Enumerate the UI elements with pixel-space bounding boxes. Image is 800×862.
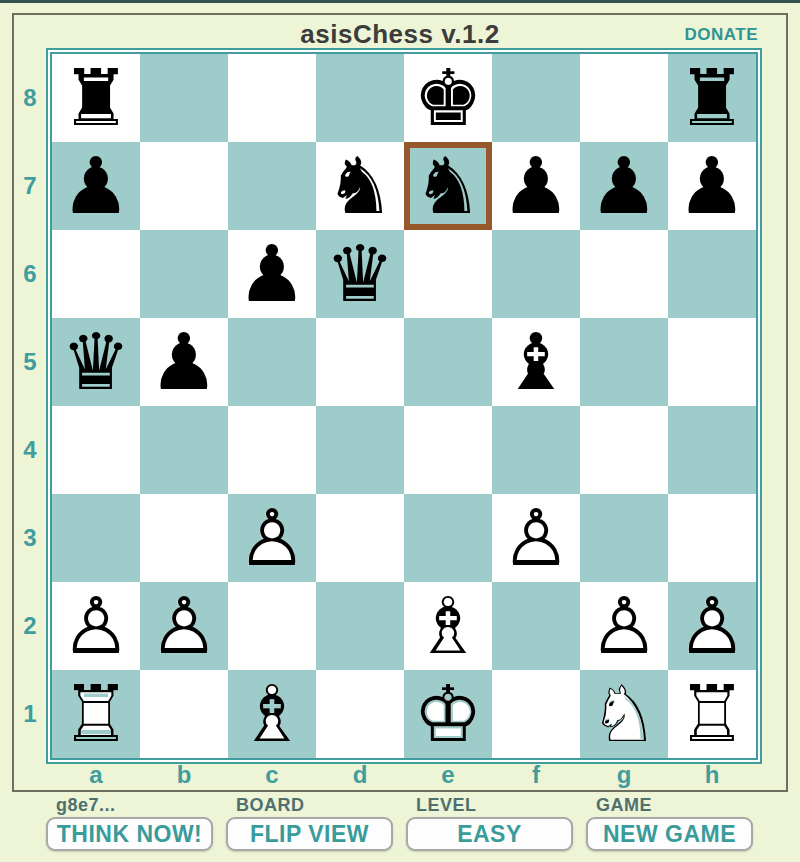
piece-wb-c1[interactable]: ♗ [228,670,316,758]
piece-bb-f5[interactable]: ♝ [492,318,580,406]
board-area: 8 7 6 5 4 3 2 1 ♜♚♜♟♞♞♟♟♟♟♛♛♟♝♟♙♟♙♟♙♟♙♝♗… [14,48,786,764]
piece-fill: ♝ [404,582,492,670]
piece-bk-e8[interactable]: ♚ [404,54,492,142]
square-e4[interactable] [404,406,492,494]
square-b1[interactable] [140,670,228,758]
square-e3[interactable] [404,494,492,582]
file-label: a [52,764,140,788]
app-frame: asisChess v.1.2 DONATE 8 7 6 5 4 3 2 1 ♜… [12,13,788,792]
piece-wp-a2[interactable]: ♙ [52,582,140,670]
square-h1[interactable]: ♜♖ [668,670,756,758]
piece-fill: ♟ [140,582,228,670]
square-f3[interactable]: ♟♙ [492,494,580,582]
square-f7[interactable]: ♟ [492,142,580,230]
file-labels: a b c d e f g h [52,764,786,788]
rank-label: 1 [14,670,46,758]
piece-wr-a1[interactable]: ♖ [52,670,140,758]
game-label: GAME [586,795,753,817]
file-label: b [140,764,228,788]
square-h3[interactable] [668,494,756,582]
square-c2[interactable] [228,582,316,670]
square-h8[interactable]: ♜ [668,54,756,142]
piece-br-a8[interactable]: ♜ [52,54,140,142]
level-label: LEVEL [406,795,573,817]
piece-bp-h7[interactable]: ♟ [668,142,756,230]
square-d8[interactable] [316,54,404,142]
think-group: g8e7... THINK NOW! [46,795,213,851]
rank-label: 8 [14,54,46,142]
square-f2[interactable] [492,582,580,670]
file-label: h [668,764,756,788]
chess-board: ♜♚♜♟♞♞♟♟♟♟♛♛♟♝♟♙♟♙♟♙♟♙♝♗♟♙♟♙♜♖♝♗♚♔♞♘♜♖ [52,54,756,758]
square-d6[interactable]: ♛ [316,230,404,318]
square-b6[interactable] [140,230,228,318]
square-a1[interactable]: ♜♖ [52,670,140,758]
piece-fill: ♟ [580,582,668,670]
square-e6[interactable] [404,230,492,318]
square-c3[interactable]: ♟♙ [228,494,316,582]
square-a4[interactable] [52,406,140,494]
piece-wp-g2[interactable]: ♙ [580,582,668,670]
square-g1[interactable]: ♞♘ [580,670,668,758]
square-d1[interactable] [316,670,404,758]
flip-view-button[interactable]: FLIP VIEW [226,817,393,851]
piece-fill: ♟ [52,582,140,670]
donate-link[interactable]: DONATE [684,25,758,45]
square-c4[interactable] [228,406,316,494]
square-e2[interactable]: ♝♗ [404,582,492,670]
square-e1[interactable]: ♚♔ [404,670,492,758]
square-a5[interactable]: ♛ [52,318,140,406]
piece-wn-g1[interactable]: ♘ [580,670,668,758]
square-g8[interactable] [580,54,668,142]
rank-label: 5 [14,318,46,406]
square-d7[interactable]: ♞ [316,142,404,230]
piece-bp-b5[interactable]: ♟ [140,318,228,406]
file-label: f [492,764,580,788]
square-g5[interactable] [580,318,668,406]
board-label: BOARD [226,795,393,817]
new-game-button[interactable]: NEW GAME [586,817,753,851]
think-now-button[interactable]: THINK NOW! [46,817,213,851]
rank-labels: 8 7 6 5 4 3 2 1 [14,48,46,764]
square-d2[interactable] [316,582,404,670]
piece-wp-c3[interactable]: ♙ [228,494,316,582]
square-c1[interactable]: ♝♗ [228,670,316,758]
square-e5[interactable] [404,318,492,406]
game-group: GAME NEW GAME [586,795,753,851]
board-frame: ♜♚♜♟♞♞♟♟♟♟♛♛♟♝♟♙♟♙♟♙♟♙♝♗♟♙♟♙♜♖♝♗♚♔♞♘♜♖ [46,48,762,764]
piece-bp-a7[interactable]: ♟ [52,142,140,230]
header: asisChess v.1.2 DONATE [14,15,786,48]
square-h2[interactable]: ♟♙ [668,582,756,670]
rank-label: 4 [14,406,46,494]
file-label: g [580,764,668,788]
piece-wk-e1[interactable]: ♔ [404,670,492,758]
board-group: BOARD FLIP VIEW [226,795,393,851]
level-group: LEVEL EASY [406,795,573,851]
square-a2[interactable]: ♟♙ [52,582,140,670]
square-a8[interactable]: ♜ [52,54,140,142]
file-label: e [404,764,492,788]
square-c6[interactable]: ♟ [228,230,316,318]
square-a6[interactable] [52,230,140,318]
square-a3[interactable] [52,494,140,582]
piece-bp-g7[interactable]: ♟ [580,142,668,230]
piece-fill: ♟ [492,494,580,582]
square-h5[interactable] [668,318,756,406]
move-status: g8e7... [46,795,213,817]
square-b2[interactable]: ♟♙ [140,582,228,670]
square-g2[interactable]: ♟♙ [580,582,668,670]
piece-fill: ♟ [668,582,756,670]
piece-fill: ♝ [228,670,316,758]
square-g3[interactable] [580,494,668,582]
piece-fill: ♞ [580,670,668,758]
piece-bq-a5[interactable]: ♛ [52,318,140,406]
square-b7[interactable] [140,142,228,230]
square-c7[interactable] [228,142,316,230]
rank-label: 2 [14,582,46,670]
square-d4[interactable] [316,406,404,494]
control-bar: g8e7... THINK NOW! BOARD FLIP VIEW LEVEL… [46,795,753,851]
square-g7[interactable]: ♟ [580,142,668,230]
board-inner-frame: ♜♚♜♟♞♞♟♟♟♟♛♛♟♝♟♙♟♙♟♙♟♙♝♗♟♙♟♙♜♖♝♗♚♔♞♘♜♖ [50,52,758,760]
piece-fill: ♟ [228,494,316,582]
square-e7[interactable]: ♞ [404,142,492,230]
square-b5[interactable]: ♟ [140,318,228,406]
piece-bp-f7[interactable]: ♟ [492,142,580,230]
piece-wp-h2[interactable]: ♙ [668,582,756,670]
square-h4[interactable] [668,406,756,494]
square-f4[interactable] [492,406,580,494]
square-f5[interactable]: ♝ [492,318,580,406]
app-title: asisChess v.1.2 [14,19,786,50]
piece-fill: ♜ [668,670,756,758]
piece-wb-e2[interactable]: ♗ [404,582,492,670]
square-d5[interactable] [316,318,404,406]
square-b8[interactable] [140,54,228,142]
piece-bq-d6[interactable]: ♛ [316,230,404,318]
square-f1[interactable] [492,670,580,758]
piece-fill: ♚ [404,670,492,758]
level-easy-button[interactable]: EASY [406,817,573,851]
square-h7[interactable]: ♟ [668,142,756,230]
square-h6[interactable] [668,230,756,318]
square-d3[interactable] [316,494,404,582]
square-b3[interactable] [140,494,228,582]
rank-label: 3 [14,494,46,582]
square-f6[interactable] [492,230,580,318]
piece-bn-e7[interactable]: ♞ [404,142,492,230]
file-label: c [228,764,316,788]
rank-label: 7 [14,142,46,230]
piece-fill: ♜ [52,670,140,758]
piece-wp-f3[interactable]: ♙ [492,494,580,582]
square-e8[interactable]: ♚ [404,54,492,142]
rank-label: 6 [14,230,46,318]
square-c5[interactable] [228,318,316,406]
piece-wr-h1[interactable]: ♖ [668,670,756,758]
piece-br-h8[interactable]: ♜ [668,54,756,142]
square-g6[interactable] [580,230,668,318]
piece-bn-d7[interactable]: ♞ [316,142,404,230]
square-f8[interactable] [492,54,580,142]
piece-wp-b2[interactable]: ♙ [140,582,228,670]
square-c8[interactable] [228,54,316,142]
square-a7[interactable]: ♟ [52,142,140,230]
square-g4[interactable] [580,406,668,494]
square-b4[interactable] [140,406,228,494]
piece-bp-c6[interactable]: ♟ [228,230,316,318]
file-label: d [316,764,404,788]
